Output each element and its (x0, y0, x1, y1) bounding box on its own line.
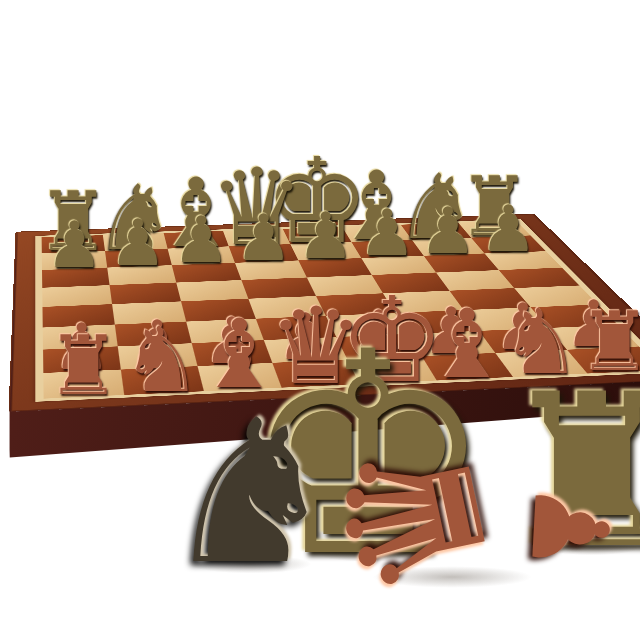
chess-set-product-photo: ♜♞♝♛♚♝♞♜♟♟♟♟♟♟♟♟♟♟♟♟♟♟♟♟♜♞♝♛♚♝♞♜ ♜♟♚♛♞ (0, 0, 640, 640)
foreground-pieces-layer: ♜♟♚♛♞ (0, 0, 640, 640)
display-piece-knight: ♞ (161, 394, 339, 592)
